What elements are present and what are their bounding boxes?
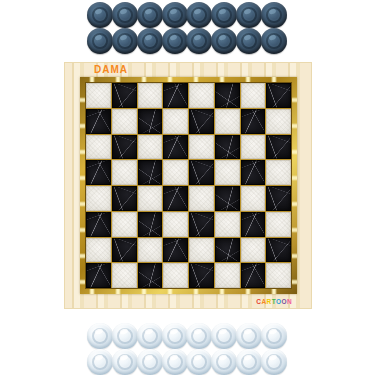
dark-checker-piece[interactable]: [211, 28, 237, 54]
light-square[interactable]: [189, 135, 214, 160]
dark-square[interactable]: [112, 186, 137, 211]
light-square[interactable]: [163, 160, 188, 185]
dark-checker-piece[interactable]: [137, 28, 163, 54]
dark-square[interactable]: [138, 160, 163, 185]
light-checker-piece[interactable]: [236, 349, 262, 375]
light-square[interactable]: [163, 263, 188, 288]
dark-square[interactable]: [215, 135, 240, 160]
dark-square[interactable]: [189, 109, 214, 134]
light-square[interactable]: [138, 83, 163, 108]
dark-square[interactable]: [138, 263, 163, 288]
dark-square[interactable]: [266, 238, 291, 263]
light-checker-piece[interactable]: [112, 349, 138, 375]
light-square[interactable]: [86, 186, 111, 211]
light-square[interactable]: [266, 160, 291, 185]
light-square[interactable]: [189, 83, 214, 108]
light-checker-piece[interactable]: [87, 323, 113, 349]
dark-square[interactable]: [189, 263, 214, 288]
light-checker-piece[interactable]: [137, 349, 163, 375]
dark-square[interactable]: [163, 135, 188, 160]
light-square[interactable]: [215, 212, 240, 237]
tray-row: [87, 2, 287, 28]
board-grid: [85, 82, 292, 289]
brand-logo: CARTOON: [256, 298, 292, 306]
light-square[interactable]: [112, 263, 137, 288]
tray-row: [87, 323, 287, 349]
dark-square[interactable]: [241, 109, 266, 134]
light-checker-piece[interactable]: [236, 323, 262, 349]
dark-square[interactable]: [112, 238, 137, 263]
light-square[interactable]: [163, 212, 188, 237]
dark-square[interactable]: [86, 212, 111, 237]
dark-square[interactable]: [189, 212, 214, 237]
dark-checker-piece[interactable]: [137, 2, 163, 28]
light-checker-piece[interactable]: [186, 349, 212, 375]
light-square[interactable]: [112, 109, 137, 134]
light-checker-piece[interactable]: [162, 349, 188, 375]
board-frame-wood: DAMA CARTOON: [64, 62, 312, 309]
dark-square[interactable]: [266, 186, 291, 211]
light-square[interactable]: [163, 109, 188, 134]
light-square[interactable]: [138, 238, 163, 263]
dark-square[interactable]: [266, 83, 291, 108]
dark-square[interactable]: [241, 160, 266, 185]
dark-square[interactable]: [215, 83, 240, 108]
dark-checker-piece[interactable]: [186, 28, 212, 54]
dark-checker-piece[interactable]: [186, 2, 212, 28]
dark-square[interactable]: [163, 186, 188, 211]
light-square[interactable]: [241, 135, 266, 160]
dark-square[interactable]: [112, 135, 137, 160]
light-square[interactable]: [189, 238, 214, 263]
light-checker-piece[interactable]: [186, 323, 212, 349]
top-piece-tray: [87, 2, 287, 54]
dark-square[interactable]: [266, 135, 291, 160]
brand-letter: N: [287, 298, 292, 305]
dark-square[interactable]: [215, 186, 240, 211]
board-frame-gold: [80, 77, 297, 294]
light-square[interactable]: [189, 186, 214, 211]
dark-square[interactable]: [189, 160, 214, 185]
light-square[interactable]: [138, 135, 163, 160]
light-square[interactable]: [266, 109, 291, 134]
bottom-piece-tray: [87, 323, 287, 375]
dark-checker-piece[interactable]: [236, 28, 262, 54]
light-square[interactable]: [241, 186, 266, 211]
light-checker-piece[interactable]: [261, 323, 287, 349]
dark-checker-piece[interactable]: [261, 2, 287, 28]
dark-checker-piece[interactable]: [112, 2, 138, 28]
light-square[interactable]: [266, 263, 291, 288]
product-image: DAMA CARTOON: [0, 0, 375, 375]
light-checker-piece[interactable]: [211, 349, 237, 375]
dark-checker-piece[interactable]: [162, 2, 188, 28]
dark-square[interactable]: [241, 263, 266, 288]
light-square[interactable]: [112, 160, 137, 185]
dark-checker-piece[interactable]: [261, 28, 287, 54]
light-square[interactable]: [215, 263, 240, 288]
dark-checker-piece[interactable]: [211, 2, 237, 28]
light-square[interactable]: [266, 212, 291, 237]
light-checker-piece[interactable]: [162, 323, 188, 349]
board-title: DAMA: [94, 64, 128, 76]
light-square[interactable]: [86, 83, 111, 108]
dark-checker-piece[interactable]: [87, 28, 113, 54]
dark-checker-piece[interactable]: [236, 2, 262, 28]
dark-square[interactable]: [86, 263, 111, 288]
dark-square[interactable]: [112, 83, 137, 108]
light-square[interactable]: [215, 109, 240, 134]
dark-square[interactable]: [86, 160, 111, 185]
light-checker-piece[interactable]: [87, 349, 113, 375]
light-checker-piece[interactable]: [211, 323, 237, 349]
light-checker-piece[interactable]: [137, 323, 163, 349]
light-checker-piece[interactable]: [112, 323, 138, 349]
tray-row: [87, 28, 287, 54]
light-square[interactable]: [86, 135, 111, 160]
dark-square[interactable]: [138, 109, 163, 134]
checkers-board: DAMA CARTOON: [64, 62, 312, 309]
light-square[interactable]: [112, 212, 137, 237]
dark-square[interactable]: [138, 212, 163, 237]
dark-square[interactable]: [163, 238, 188, 263]
dark-checker-piece[interactable]: [112, 28, 138, 54]
light-square[interactable]: [215, 160, 240, 185]
light-checker-piece[interactable]: [261, 349, 287, 375]
tray-row: [87, 349, 287, 375]
light-square[interactable]: [241, 83, 266, 108]
light-square[interactable]: [86, 238, 111, 263]
dark-square[interactable]: [86, 109, 111, 134]
light-square[interactable]: [138, 186, 163, 211]
light-square[interactable]: [241, 238, 266, 263]
dark-checker-piece[interactable]: [87, 2, 113, 28]
dark-square[interactable]: [163, 83, 188, 108]
dark-square[interactable]: [215, 238, 240, 263]
dark-square[interactable]: [241, 212, 266, 237]
dark-checker-piece[interactable]: [162, 28, 188, 54]
